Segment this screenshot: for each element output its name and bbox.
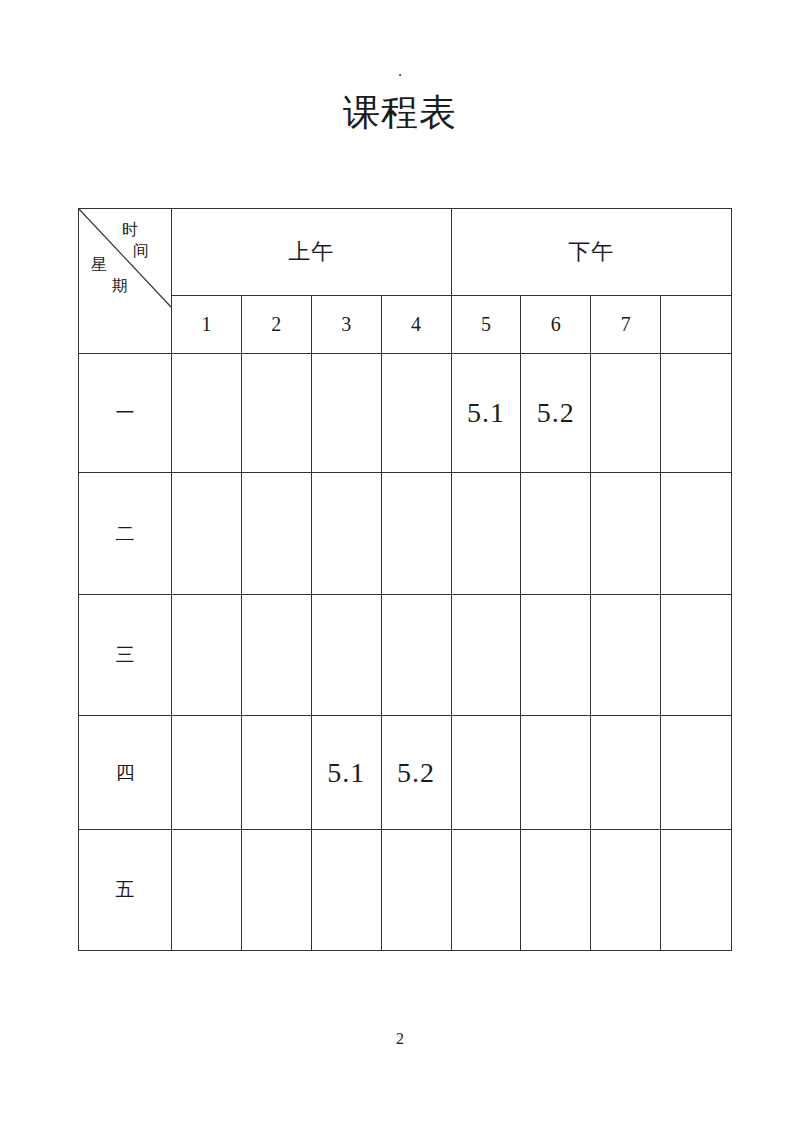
period-header-cell: 1 [172,296,242,354]
day-label: 一 [79,354,172,473]
schedule-cell: 5.1 [312,716,382,830]
day-label: 五 [79,830,172,950]
schedule-cell: 5.1 [452,354,522,473]
period-header-cell [661,296,731,354]
schedule-cell [172,716,242,830]
schedule-cell [521,716,591,830]
schedule-cell [242,595,312,716]
day-label: 四 [79,716,172,830]
schedule-cell [452,595,522,716]
schedule-cell [242,473,312,595]
schedule-cell [312,354,382,473]
schedule-cell [382,595,452,716]
corner-week-char-2: 期 [112,277,128,295]
schedule-cell [312,473,382,595]
period-header-cell: 5 [452,296,522,354]
schedule-cell [521,830,591,950]
schedule-cell [242,830,312,950]
corner-time-char-1: 时 [122,221,138,239]
session-header-afternoon: 下午 [452,209,732,296]
schedule-cell [452,716,522,830]
schedule-cell [242,354,312,473]
page-number: 2 [0,1030,800,1048]
schedule-cell [312,595,382,716]
schedule-cell [312,830,382,950]
period-header-cell: 3 [312,296,382,354]
schedule-cell [591,354,661,473]
schedule-cell [521,473,591,595]
session-header-morning: 上午 [172,209,452,296]
schedule-cell: 5.2 [521,354,591,473]
page-title: 课程表 [0,88,800,138]
corner-time-char-2: 间 [133,242,149,260]
schedule-cell [452,830,522,950]
corner-week-char-1: 星 [91,256,107,274]
schedule-cell [452,473,522,595]
schedule-cell [661,595,731,716]
schedule-cell [661,830,731,950]
schedule-cell [172,595,242,716]
schedule-cell [591,716,661,830]
schedule-cell [382,354,452,473]
period-header-cell: 6 [521,296,591,354]
schedule-cell [521,595,591,716]
period-header-cell: 4 [382,296,452,354]
schedule-cell [172,473,242,595]
schedule-cell [661,354,731,473]
schedule-table: 时 间 星 期 上午 下午 1234567一5.15.2二三四5.15.2五 [78,208,732,951]
day-label: 二 [79,473,172,595]
period-header-cell: 2 [242,296,312,354]
period-header-cell: 7 [591,296,661,354]
corner-header-cell: 时 间 星 期 [79,209,172,354]
schedule-cell [382,473,452,595]
schedule-cell [591,473,661,595]
schedule-cell [242,716,312,830]
schedule-cell: 5.2 [382,716,452,830]
schedule-cell [591,830,661,950]
day-label: 三 [79,595,172,716]
schedule-cell [661,716,731,830]
schedule-cell [382,830,452,950]
schedule-cell [172,354,242,473]
schedule-cell [661,473,731,595]
schedule-cell [172,830,242,950]
stray-period-mark: . [0,64,800,78]
schedule-cell [591,595,661,716]
